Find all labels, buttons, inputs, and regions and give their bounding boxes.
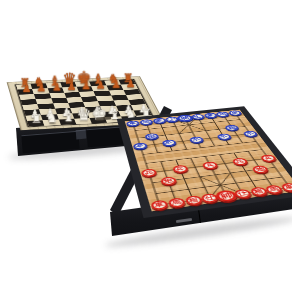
xiangqi-piece-character: 士 — [192, 115, 203, 119]
xiangqi-piece-red-cannon[interactable]: 炮 — [159, 176, 177, 186]
xiangqi-piece-blue-soldier[interactable]: 卒 — [242, 130, 259, 137]
xiangqi-piece-character: 炮 — [254, 166, 268, 172]
chess-square[interactable]: ♞ — [43, 119, 61, 125]
chess-piece-orange-pawn[interactable]: ♟ — [93, 79, 108, 90]
xiangqi-piece-character: 砲 — [146, 134, 157, 139]
xiangqi-piece-character: 兵 — [174, 166, 187, 172]
xiangqi-piece-character: 兵 — [204, 162, 217, 168]
chess-drawer-handle[interactable] — [76, 130, 87, 140]
xiangqi-piece-red-soldier[interactable]: 兵 — [259, 154, 277, 162]
xiangqi-piece-character: 炮 — [162, 177, 175, 184]
chess-drawer-left[interactable] — [21, 131, 79, 154]
xiangqi-piece-character: 象 — [154, 118, 164, 123]
chess-piece-orange-pawn[interactable]: ♟ — [49, 81, 64, 92]
xiangqi-piece-blue-soldier[interactable]: 卒 — [132, 142, 148, 150]
xiangqi-piece-character: 卒 — [218, 134, 230, 139]
xiangqi-piece-blue-soldier[interactable]: 卒 — [188, 136, 204, 143]
chess-piece-white-knight[interactable]: ♞ — [44, 111, 60, 125]
chess-square[interactable] — [36, 98, 53, 104]
xiangqi-piece-blue-chariot[interactable]: 車 — [126, 120, 140, 127]
xiangqi-piece-blue-soldier[interactable]: 卒 — [216, 133, 232, 140]
xiangqi-piece-character: 馬 — [217, 112, 228, 116]
xiangqi-piece-character: 車 — [153, 201, 167, 209]
xiangqi-piece-red-soldier[interactable]: 兵 — [171, 165, 189, 174]
chess-square[interactable]: ♛ — [74, 118, 92, 124]
chess-piece-orange-pawn[interactable]: ♟ — [64, 81, 79, 92]
xiangqi-piece-character: 砲 — [226, 125, 237, 130]
xiangqi-piece-blue-chariot[interactable]: 車 — [228, 110, 243, 116]
xiangqi-piece-red-soldier[interactable]: 兵 — [140, 168, 157, 177]
xiangqi-piece-character: 車 — [282, 184, 292, 191]
xiangqi-piece-red-soldier[interactable]: 兵 — [201, 161, 219, 170]
xiangqi-piece-character: 馬 — [170, 199, 184, 207]
chess-piece-orange-pawn[interactable]: ♟ — [123, 78, 138, 89]
xiangqi-piece-character: 馬 — [267, 186, 282, 193]
xiangqi-piece-red-soldier[interactable]: 兵 — [231, 158, 249, 166]
product-photo-stage: ♜♞♝♛♚♝♞♜♟♟♟♟♟♟♟♟♟♟♟♟♟♟♟♟♜♞♝♛♚♝♞♜ 車馬象士將士象… — [0, 0, 292, 292]
chess-square[interactable]: ♟ — [91, 86, 108, 92]
chess-square[interactable]: ♟ — [18, 89, 34, 95]
xiangqi-piece-blue-horse[interactable]: 馬 — [139, 119, 153, 125]
xiangqi-pieces-layer: 車馬象士將士象馬車砲砲卒卒卒卒卒兵兵兵兵兵炮炮車馬相仕帥仕相馬車 — [125, 110, 292, 212]
xiangqi-piece-blue-soldier[interactable]: 卒 — [161, 139, 177, 146]
chess-piece-white-queen[interactable]: ♛ — [76, 107, 92, 124]
xiangqi-piece-character: 將 — [179, 115, 192, 120]
xiangqi-piece-character: 象 — [205, 113, 216, 117]
xiangqi-piece-character: 相 — [186, 197, 200, 205]
xiangqi-piece-character: 兵 — [233, 159, 246, 165]
chess-piece-orange-pawn[interactable]: ♟ — [108, 79, 123, 90]
chess-piece-orange-pawn[interactable]: ♟ — [78, 80, 93, 91]
xiangqi-piece-character: 相 — [251, 188, 265, 195]
xiangqi-piece-character: 車 — [128, 121, 138, 126]
xiangqi-piece-blue-cannon[interactable]: 砲 — [144, 133, 159, 140]
xiangqi-piece-character: 兵 — [143, 170, 155, 177]
chess-piece-white-rook[interactable]: ♜ — [29, 113, 45, 125]
chess-square[interactable]: ♟ — [47, 88, 64, 94]
xiangqi-piece-red-horse[interactable]: 馬 — [167, 197, 186, 208]
chess-piece-white-bishop[interactable]: ♝ — [60, 109, 76, 124]
chess-piece-orange-pawn[interactable]: ♟ — [19, 83, 34, 94]
chess-square[interactable]: ♝ — [58, 119, 76, 125]
xiangqi-piece-character: 卒 — [135, 143, 146, 148]
xiangqi-piece-character: 卒 — [191, 137, 203, 142]
xiangqi-piece-character: 兵 — [262, 155, 275, 161]
xiangqi-piece-blue-elephant[interactable]: 象 — [152, 118, 167, 124]
xiangqi-piece-blue-cannon[interactable]: 砲 — [224, 125, 240, 132]
chess-square[interactable]: ♟ — [32, 88, 49, 94]
xiangqi-piece-character: 馬 — [141, 120, 151, 125]
xiangqi-piece-character: 車 — [230, 111, 241, 115]
xiangqi-piece-character: 卒 — [244, 131, 256, 136]
xiangqi-piece-character: 帥 — [218, 191, 235, 200]
xiangqi-piece-red-chariot[interactable]: 車 — [150, 200, 169, 211]
chess-square[interactable]: ♜ — [27, 120, 44, 126]
chess-square[interactable]: ♟ — [77, 86, 94, 92]
chess-piece-orange-pawn[interactable]: ♟ — [34, 82, 49, 93]
xiangqi-piece-character: 仕 — [235, 190, 249, 197]
chess-square[interactable] — [34, 93, 51, 99]
xiangqi-piece-character: 卒 — [163, 140, 174, 145]
xiangqi-piece-red-cannon[interactable]: 炮 — [251, 165, 270, 174]
